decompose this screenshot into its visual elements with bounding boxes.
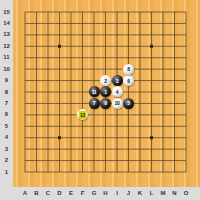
row-label-5: 5 <box>0 123 13 130</box>
column-label-G: G <box>89 190 99 197</box>
stone-black-move-3-I9: 3 <box>112 75 123 86</box>
row-label-8: 8 <box>0 89 13 96</box>
column-label-O: O <box>181 190 191 197</box>
row-label-4: 4 <box>0 134 13 141</box>
column-label-F: F <box>78 190 88 197</box>
row-label-10: 10 <box>0 66 13 73</box>
stone-black-move-9-H7: 9 <box>100 98 111 109</box>
column-label-A: A <box>20 190 30 197</box>
column-label-I: I <box>112 190 122 197</box>
row-label-12: 12 <box>0 43 13 50</box>
row-label-7: 7 <box>0 100 13 107</box>
stone-white-move-12-F6: 12 <box>77 109 88 120</box>
stone-white-move-2-H9: 2 <box>100 75 111 86</box>
column-label-H: H <box>101 190 111 197</box>
stone-black-move-1-H8: 1 <box>100 86 111 97</box>
stone-white-move-4-I8: 4 <box>112 86 123 97</box>
row-label-11: 11 <box>0 54 13 61</box>
row-label-1: 1 <box>0 169 13 176</box>
stone-black-move-7-G7: 7 <box>89 98 100 109</box>
gomoku-board[interactable]: 123456789101112 <box>19 6 192 177</box>
column-label-K: K <box>135 190 145 197</box>
column-label-N: N <box>170 190 180 197</box>
column-label-D: D <box>55 190 65 197</box>
stone-white-move-10-I7: 10 <box>112 98 123 109</box>
stone-white-move-8-J10: 8 <box>123 64 134 75</box>
stone-black-move-11-G8: 11 <box>89 86 100 97</box>
column-label-M: M <box>158 190 168 197</box>
row-label-3: 3 <box>0 146 13 153</box>
row-label-14: 14 <box>0 20 13 27</box>
gomoku-viewer: 151413121110987654321 ABCDEFGHIJKLMNO 12… <box>0 0 200 200</box>
column-label-L: L <box>147 190 157 197</box>
column-label-J: J <box>124 190 134 197</box>
last-move-highlight-badge: 12 <box>79 111 87 119</box>
stone-white-move-6-J9: 6 <box>123 75 134 86</box>
row-label-6: 6 <box>0 111 13 118</box>
column-label-E: E <box>66 190 76 197</box>
row-label-9: 9 <box>0 77 13 84</box>
column-label-B: B <box>32 190 42 197</box>
row-label-2: 2 <box>0 157 13 164</box>
stone-black-move-5-J7: 5 <box>123 98 134 109</box>
row-label-15: 15 <box>0 9 13 16</box>
row-label-13: 13 <box>0 31 13 38</box>
column-label-C: C <box>43 190 53 197</box>
